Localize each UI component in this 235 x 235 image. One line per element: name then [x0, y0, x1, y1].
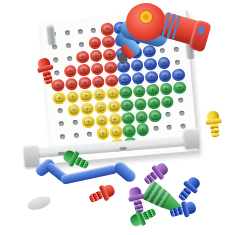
bolt-shaft	[141, 208, 156, 221]
bolt-shaft	[74, 156, 89, 169]
bolt-shaft	[89, 190, 104, 203]
loose-parts-layer	[0, 0, 235, 235]
product-photo-stage	[0, 0, 235, 235]
purple-bolt[interactable]	[141, 160, 171, 189]
red-bolt[interactable]	[87, 181, 117, 206]
red-bolt[interactable]	[35, 56, 57, 85]
bolt-shaft	[169, 206, 184, 217]
yellow-bolt[interactable]	[204, 110, 223, 138]
green-bolt[interactable]	[61, 147, 91, 173]
blue-bolt[interactable]	[168, 199, 197, 222]
bolt-shaft	[210, 123, 220, 137]
bolt-shaft	[42, 70, 53, 85]
